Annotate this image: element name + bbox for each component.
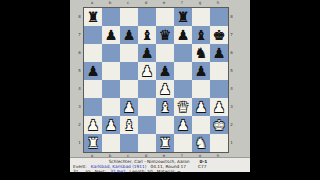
player-names: Schlechter, Carl - Nimzowitsch, Aaron	[109, 159, 190, 164]
white-pawn: ♟	[123, 98, 136, 116]
square-d4	[138, 80, 156, 98]
black-bishop: ♝	[141, 26, 154, 44]
square-c7: ♟	[120, 26, 138, 44]
black-pawn: ♟	[195, 62, 208, 80]
rank-label-4: 4	[77, 86, 82, 91]
white-pawn: ♟	[159, 80, 172, 98]
square-g5: ♟	[192, 62, 210, 80]
square-a8: ♜	[84, 8, 102, 26]
square-a7	[84, 26, 102, 44]
rank-label-1: 1	[229, 140, 234, 145]
rank-label-1: 1	[77, 140, 82, 145]
white-bishop: ♝	[123, 116, 136, 134]
event-label: Event:	[73, 164, 87, 169]
file-label-b: b	[101, 0, 119, 6]
white-pawn: ♟	[105, 116, 118, 134]
game-length: Length: 50	[130, 169, 153, 174]
square-h4	[210, 80, 228, 98]
black-pawn: ♟	[159, 62, 172, 80]
square-c1	[120, 134, 138, 152]
square-d3	[138, 98, 156, 116]
square-a2: ♟	[84, 116, 102, 134]
white-knight: ♞	[195, 134, 208, 152]
black-king: ♚	[213, 26, 226, 44]
square-f6	[174, 44, 192, 62]
square-a4	[84, 80, 102, 98]
square-c6	[120, 44, 138, 62]
square-f8: ♜	[174, 8, 192, 26]
last-move: 31 ... a5	[73, 169, 91, 174]
square-e7: ♛	[156, 26, 174, 44]
rank-label-2: 2	[77, 122, 82, 127]
square-d5: ♟	[138, 62, 156, 80]
rank-label-7: 7	[229, 32, 234, 37]
white-pawn: ♟	[213, 98, 226, 116]
square-h8	[210, 8, 228, 26]
square-e8	[156, 8, 174, 26]
square-d7: ♝	[138, 26, 156, 44]
black-pawn: ♟	[177, 26, 190, 44]
square-h1	[210, 134, 228, 152]
square-g6: ♞	[192, 44, 210, 62]
black-pawn: ♟	[213, 44, 226, 62]
white-king: ♚	[213, 116, 226, 134]
white-queen: ♛	[177, 98, 190, 116]
rank-labels-right: 87654321	[229, 7, 234, 153]
rank-label-6: 6	[229, 50, 234, 55]
rank-labels-left: 87654321	[77, 7, 82, 153]
black-rook: ♜	[87, 8, 100, 26]
square-e4: ♟	[156, 80, 174, 98]
file-label-a: a	[83, 0, 101, 6]
next-label: Next:	[95, 169, 106, 174]
square-a1: ♜	[84, 134, 102, 152]
caption-status-line: 31 ... a5Next:32.Ne2Length: 50Material: …	[70, 169, 250, 174]
next-move: 32.Ne2	[110, 169, 125, 174]
black-pawn: ♟	[141, 44, 154, 62]
white-rook: ♜	[159, 134, 172, 152]
square-c3: ♟	[120, 98, 138, 116]
square-f5	[174, 62, 192, 80]
white-pawn: ♟	[141, 62, 154, 80]
square-h7: ♚	[210, 26, 228, 44]
file-label-f: f	[173, 0, 191, 6]
square-c4	[120, 80, 138, 98]
square-a6	[84, 44, 102, 62]
square-b1	[102, 134, 120, 152]
square-e3: ♝	[156, 98, 174, 116]
file-label-c: c	[119, 0, 137, 6]
rank-label-5: 5	[229, 68, 234, 73]
square-f1	[174, 134, 192, 152]
square-f2: ♟	[174, 116, 192, 134]
file-labels-top: abcdefgh	[83, 0, 229, 6]
white-bishop: ♝	[159, 98, 172, 116]
square-h3: ♟	[210, 98, 228, 116]
white-pawn: ♟	[87, 116, 100, 134]
square-b2: ♟	[102, 116, 120, 134]
file-label-h: h	[209, 0, 227, 6]
square-e5: ♟	[156, 62, 174, 80]
square-d1	[138, 134, 156, 152]
square-g4	[192, 80, 210, 98]
square-b6	[102, 44, 120, 62]
game-caption: Schlechter, Carl - Nimzowitsch, Aaron0-1…	[70, 157, 250, 172]
square-h2: ♚	[210, 116, 228, 134]
square-g1: ♞	[192, 134, 210, 152]
square-d8	[138, 8, 156, 26]
rank-label-4: 4	[229, 86, 234, 91]
rank-label-3: 3	[229, 104, 234, 109]
square-b4	[102, 80, 120, 98]
square-c8	[120, 8, 138, 26]
rank-label-6: 6	[77, 50, 82, 55]
square-h6: ♟	[210, 44, 228, 62]
rank-label-3: 3	[77, 104, 82, 109]
rank-label-5: 5	[77, 68, 82, 73]
square-b7: ♟	[102, 26, 120, 44]
rank-label-8: 8	[229, 14, 234, 19]
chess-panel: abcdefgh abcdefgh 87654321 87654321 ♜♜♟♟…	[70, 0, 250, 172]
white-rook: ♜	[87, 134, 100, 152]
rank-label-7: 7	[77, 32, 82, 37]
square-e2	[156, 116, 174, 134]
black-knight: ♞	[195, 44, 208, 62]
square-g3: ♟	[192, 98, 210, 116]
black-pawn: ♟	[123, 26, 136, 44]
square-g2	[192, 116, 210, 134]
file-label-g: g	[191, 0, 209, 6]
black-bishop: ♝	[195, 26, 208, 44]
game-result: 0-1	[200, 159, 208, 164]
square-f4	[174, 80, 192, 98]
square-h5	[210, 62, 228, 80]
chess-board: ♜♜♟♟♝♛♟♝♚♟♞♟♟♟♟♟♟♟♝♛♟♟♟♟♝♟♚♜♜♞	[83, 7, 229, 153]
rank-label-8: 8	[77, 14, 82, 19]
white-pawn: ♟	[177, 116, 190, 134]
square-f3: ♛	[174, 98, 192, 116]
eco-code: C77	[198, 164, 206, 169]
square-b8	[102, 8, 120, 26]
square-b3	[102, 98, 120, 116]
square-a3	[84, 98, 102, 116]
black-pawn: ♟	[87, 62, 100, 80]
file-label-d: d	[137, 0, 155, 6]
square-g8	[192, 8, 210, 26]
white-pawn: ♟	[195, 98, 208, 116]
black-pawn: ♟	[105, 26, 118, 44]
material-balance: Material: =	[157, 169, 181, 174]
square-f7: ♟	[174, 26, 192, 44]
rank-label-2: 2	[229, 122, 234, 127]
square-c5	[120, 62, 138, 80]
event-link: Karlsbad, Karlsbad (1911)	[91, 164, 147, 169]
square-e6	[156, 44, 174, 62]
file-label-e: e	[155, 0, 173, 6]
square-d2	[138, 116, 156, 134]
square-e1: ♜	[156, 134, 174, 152]
black-queen: ♛	[159, 26, 172, 44]
square-g7: ♝	[192, 26, 210, 44]
square-b5	[102, 62, 120, 80]
black-rook: ♜	[177, 8, 190, 26]
square-a5: ♟	[84, 62, 102, 80]
square-d6: ♟	[138, 44, 156, 62]
square-c2: ♝	[120, 116, 138, 134]
event-date-round: 04.11, Round 17	[150, 164, 185, 169]
